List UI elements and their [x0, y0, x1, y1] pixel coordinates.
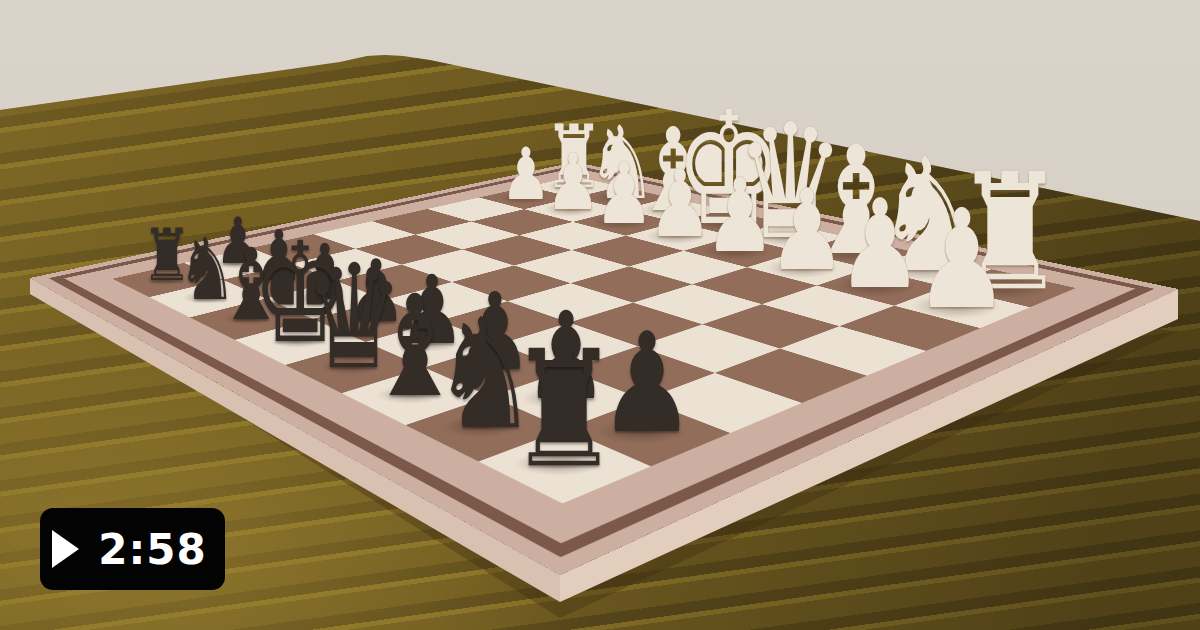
video-thumbnail-scene: ♜♞♝♛♚♝♞♜♟♟♟♟♟♟♟♟♟♟♟♟♟♟♟♟♜♞♝♛♚♝♞♜ 2:58: [0, 0, 1200, 630]
play-icon: [52, 530, 79, 568]
video-duration-text: 2:58: [98, 525, 206, 574]
video-duration-badge[interactable]: 2:58: [40, 508, 225, 590]
